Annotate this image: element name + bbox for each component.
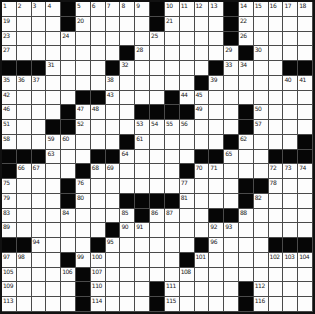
- white-square[interactable]: [195, 135, 210, 150]
- white-square[interactable]: [298, 105, 313, 120]
- white-square[interactable]: 3: [32, 2, 47, 17]
- white-square[interactable]: 99: [76, 253, 91, 268]
- white-square[interactable]: 42: [2, 91, 17, 106]
- white-square[interactable]: [150, 135, 165, 150]
- white-square[interactable]: [254, 135, 269, 150]
- white-square[interactable]: [106, 194, 121, 209]
- white-square[interactable]: [17, 209, 32, 224]
- white-square[interactable]: [91, 120, 106, 135]
- white-square[interactable]: 95: [106, 238, 121, 253]
- white-square[interactable]: 50: [254, 105, 269, 120]
- white-square[interactable]: [298, 91, 313, 106]
- white-square[interactable]: [224, 297, 239, 312]
- white-square[interactable]: [120, 91, 135, 106]
- white-square[interactable]: [269, 282, 284, 297]
- white-square[interactable]: 107: [91, 268, 106, 283]
- white-square[interactable]: 29: [224, 46, 239, 61]
- white-square[interactable]: [180, 150, 195, 165]
- white-square[interactable]: [254, 32, 269, 47]
- white-square[interactable]: [195, 17, 210, 32]
- white-square[interactable]: [239, 253, 254, 268]
- white-square[interactable]: [269, 17, 284, 32]
- white-square[interactable]: 58: [2, 135, 17, 150]
- white-square[interactable]: [150, 150, 165, 165]
- white-square[interactable]: 106: [61, 268, 76, 283]
- white-square[interactable]: [91, 223, 106, 238]
- white-square[interactable]: [46, 179, 61, 194]
- white-square[interactable]: 84: [61, 209, 76, 224]
- white-square[interactable]: [165, 179, 180, 194]
- white-square[interactable]: 57: [254, 120, 269, 135]
- white-square[interactable]: [224, 238, 239, 253]
- white-square[interactable]: 69: [106, 164, 121, 179]
- white-square[interactable]: [17, 297, 32, 312]
- white-square[interactable]: 5: [76, 2, 91, 17]
- white-square[interactable]: [32, 223, 47, 238]
- white-square[interactable]: [298, 179, 313, 194]
- white-square[interactable]: [165, 268, 180, 283]
- white-square[interactable]: [269, 61, 284, 76]
- white-square[interactable]: [32, 91, 47, 106]
- white-square[interactable]: [283, 46, 298, 61]
- white-square[interactable]: 105: [2, 268, 17, 283]
- white-square[interactable]: [224, 253, 239, 268]
- white-square[interactable]: [269, 105, 284, 120]
- white-square[interactable]: [46, 297, 61, 312]
- white-square[interactable]: [283, 268, 298, 283]
- white-square[interactable]: [269, 91, 284, 106]
- white-square[interactable]: [195, 268, 210, 283]
- white-square[interactable]: 88: [239, 209, 254, 224]
- white-square[interactable]: 49: [195, 105, 210, 120]
- white-square[interactable]: [209, 105, 224, 120]
- white-square[interactable]: [239, 164, 254, 179]
- white-square[interactable]: [135, 179, 150, 194]
- white-square[interactable]: [46, 46, 61, 61]
- white-square[interactable]: [120, 238, 135, 253]
- white-square[interactable]: [195, 61, 210, 76]
- white-square[interactable]: 98: [17, 253, 32, 268]
- white-square[interactable]: 56: [180, 120, 195, 135]
- white-square[interactable]: [17, 46, 32, 61]
- white-square[interactable]: [32, 17, 47, 32]
- white-square[interactable]: [76, 61, 91, 76]
- white-square[interactable]: 92: [209, 223, 224, 238]
- white-square[interactable]: [32, 46, 47, 61]
- white-square[interactable]: [135, 61, 150, 76]
- white-square[interactable]: [209, 120, 224, 135]
- white-square[interactable]: [61, 297, 76, 312]
- white-square[interactable]: [120, 253, 135, 268]
- white-square[interactable]: [224, 91, 239, 106]
- white-square[interactable]: [298, 46, 313, 61]
- white-square[interactable]: [150, 179, 165, 194]
- white-square[interactable]: 100: [91, 253, 106, 268]
- white-square[interactable]: [254, 209, 269, 224]
- white-square[interactable]: [239, 238, 254, 253]
- white-square[interactable]: 85: [120, 209, 135, 224]
- white-square[interactable]: [76, 76, 91, 91]
- white-square[interactable]: 25: [150, 32, 165, 47]
- white-square[interactable]: [106, 268, 121, 283]
- white-square[interactable]: [135, 17, 150, 32]
- white-square[interactable]: [106, 179, 121, 194]
- white-square[interactable]: 47: [76, 105, 91, 120]
- white-square[interactable]: 93: [224, 223, 239, 238]
- white-square[interactable]: 61: [135, 135, 150, 150]
- white-square[interactable]: [76, 238, 91, 253]
- white-square[interactable]: 71: [209, 164, 224, 179]
- white-square[interactable]: 24: [61, 32, 76, 47]
- white-square[interactable]: [135, 253, 150, 268]
- white-square[interactable]: 63: [46, 150, 61, 165]
- white-square[interactable]: 62: [239, 135, 254, 150]
- white-square[interactable]: 60: [61, 135, 76, 150]
- white-square[interactable]: [32, 179, 47, 194]
- white-square[interactable]: [209, 135, 224, 150]
- white-square[interactable]: 28: [135, 46, 150, 61]
- white-square[interactable]: [135, 76, 150, 91]
- white-square[interactable]: [195, 297, 210, 312]
- white-square[interactable]: 14: [239, 2, 254, 17]
- white-square[interactable]: [269, 120, 284, 135]
- white-square[interactable]: [209, 268, 224, 283]
- white-square[interactable]: [165, 32, 180, 47]
- white-square[interactable]: [180, 282, 195, 297]
- white-square[interactable]: [106, 282, 121, 297]
- white-square[interactable]: [17, 120, 32, 135]
- white-square[interactable]: 4: [46, 2, 61, 17]
- white-square[interactable]: [76, 135, 91, 150]
- white-square[interactable]: [298, 268, 313, 283]
- white-square[interactable]: [283, 209, 298, 224]
- white-square[interactable]: 51: [2, 120, 17, 135]
- white-square[interactable]: [150, 46, 165, 61]
- white-square[interactable]: 2: [17, 2, 32, 17]
- white-square[interactable]: 33: [224, 61, 239, 76]
- white-square[interactable]: 67: [32, 164, 47, 179]
- white-square[interactable]: [91, 179, 106, 194]
- white-square[interactable]: [150, 61, 165, 76]
- white-square[interactable]: 94: [32, 238, 47, 253]
- white-square[interactable]: 32: [120, 61, 135, 76]
- white-square[interactable]: [61, 76, 76, 91]
- white-square[interactable]: [120, 164, 135, 179]
- white-square[interactable]: [195, 223, 210, 238]
- white-square[interactable]: [165, 61, 180, 76]
- white-square[interactable]: [17, 91, 32, 106]
- white-square[interactable]: [180, 223, 195, 238]
- white-square[interactable]: [17, 179, 32, 194]
- white-square[interactable]: 103: [283, 253, 298, 268]
- white-square[interactable]: [32, 253, 47, 268]
- white-square[interactable]: [91, 61, 106, 76]
- white-square[interactable]: [180, 209, 195, 224]
- white-square[interactable]: [17, 268, 32, 283]
- white-square[interactable]: [269, 297, 284, 312]
- white-square[interactable]: 112: [254, 282, 269, 297]
- white-square[interactable]: [135, 297, 150, 312]
- white-square[interactable]: [269, 209, 284, 224]
- white-square[interactable]: [135, 268, 150, 283]
- white-square[interactable]: [46, 194, 61, 209]
- white-square[interactable]: 10: [165, 2, 180, 17]
- white-square[interactable]: [298, 223, 313, 238]
- white-square[interactable]: [239, 76, 254, 91]
- white-square[interactable]: [120, 120, 135, 135]
- white-square[interactable]: [195, 179, 210, 194]
- white-square[interactable]: [32, 120, 47, 135]
- white-square[interactable]: 81: [180, 194, 195, 209]
- white-square[interactable]: [283, 297, 298, 312]
- white-square[interactable]: [32, 105, 47, 120]
- white-square[interactable]: [32, 209, 47, 224]
- white-square[interactable]: 116: [254, 297, 269, 312]
- white-square[interactable]: 89: [2, 223, 17, 238]
- white-square[interactable]: 8: [120, 2, 135, 17]
- white-square[interactable]: 31: [46, 61, 61, 76]
- white-square[interactable]: [224, 194, 239, 209]
- white-square[interactable]: [209, 282, 224, 297]
- white-square[interactable]: [180, 76, 195, 91]
- white-square[interactable]: [254, 238, 269, 253]
- white-square[interactable]: [135, 91, 150, 106]
- white-square[interactable]: [76, 32, 91, 47]
- white-square[interactable]: 26: [239, 32, 254, 47]
- white-square[interactable]: [165, 253, 180, 268]
- white-square[interactable]: 68: [91, 164, 106, 179]
- white-square[interactable]: 108: [180, 268, 195, 283]
- white-square[interactable]: [135, 282, 150, 297]
- white-square[interactable]: [17, 282, 32, 297]
- white-square[interactable]: [180, 61, 195, 76]
- white-square[interactable]: [120, 76, 135, 91]
- white-square[interactable]: [180, 297, 195, 312]
- white-square[interactable]: [32, 32, 47, 47]
- white-square[interactable]: [106, 253, 121, 268]
- white-square[interactable]: [46, 209, 61, 224]
- white-square[interactable]: [195, 46, 210, 61]
- white-square[interactable]: 20: [76, 17, 91, 32]
- white-square[interactable]: 17: [283, 2, 298, 17]
- white-square[interactable]: [254, 150, 269, 165]
- white-square[interactable]: [283, 282, 298, 297]
- white-square[interactable]: [46, 164, 61, 179]
- white-square[interactable]: 18: [298, 2, 313, 17]
- white-square[interactable]: 27: [2, 46, 17, 61]
- white-square[interactable]: [224, 282, 239, 297]
- white-square[interactable]: [76, 223, 91, 238]
- white-square[interactable]: 75: [2, 179, 17, 194]
- white-square[interactable]: 37: [32, 76, 47, 91]
- white-square[interactable]: [283, 179, 298, 194]
- white-square[interactable]: [46, 91, 61, 106]
- white-square[interactable]: 12: [195, 2, 210, 17]
- white-square[interactable]: 70: [195, 164, 210, 179]
- white-square[interactable]: [17, 105, 32, 120]
- white-square[interactable]: [298, 194, 313, 209]
- white-square[interactable]: [239, 223, 254, 238]
- white-square[interactable]: [165, 223, 180, 238]
- white-square[interactable]: [165, 76, 180, 91]
- white-square[interactable]: [209, 32, 224, 47]
- white-square[interactable]: [32, 297, 47, 312]
- white-square[interactable]: [254, 223, 269, 238]
- white-square[interactable]: [32, 282, 47, 297]
- white-square[interactable]: [106, 17, 121, 32]
- white-square[interactable]: [76, 150, 91, 165]
- white-square[interactable]: 77: [180, 179, 195, 194]
- white-square[interactable]: 113: [2, 297, 17, 312]
- white-square[interactable]: [254, 61, 269, 76]
- white-square[interactable]: [120, 282, 135, 297]
- white-square[interactable]: [224, 268, 239, 283]
- white-square[interactable]: [150, 164, 165, 179]
- white-square[interactable]: [180, 238, 195, 253]
- white-square[interactable]: [298, 282, 313, 297]
- white-square[interactable]: [195, 120, 210, 135]
- white-square[interactable]: [165, 150, 180, 165]
- white-square[interactable]: [91, 194, 106, 209]
- white-square[interactable]: [46, 238, 61, 253]
- white-square[interactable]: [46, 76, 61, 91]
- white-square[interactable]: [180, 17, 195, 32]
- white-square[interactable]: 40: [283, 76, 298, 91]
- white-square[interactable]: 109: [2, 282, 17, 297]
- white-square[interactable]: 65: [224, 150, 239, 165]
- white-square[interactable]: [150, 76, 165, 91]
- white-square[interactable]: 35: [2, 76, 17, 91]
- white-square[interactable]: [61, 46, 76, 61]
- white-square[interactable]: [254, 164, 269, 179]
- white-square[interactable]: 52: [76, 120, 91, 135]
- white-square[interactable]: [283, 105, 298, 120]
- white-square[interactable]: [269, 194, 284, 209]
- white-square[interactable]: [180, 46, 195, 61]
- white-square[interactable]: [165, 238, 180, 253]
- white-square[interactable]: 53: [135, 120, 150, 135]
- white-square[interactable]: [106, 209, 121, 224]
- white-square[interactable]: [46, 105, 61, 120]
- white-square[interactable]: [32, 194, 47, 209]
- white-square[interactable]: [120, 17, 135, 32]
- white-square[interactable]: 104: [298, 253, 313, 268]
- white-square[interactable]: [254, 76, 269, 91]
- white-square[interactable]: 44: [180, 91, 195, 106]
- white-square[interactable]: [150, 91, 165, 106]
- white-square[interactable]: 46: [2, 105, 17, 120]
- white-square[interactable]: [180, 135, 195, 150]
- white-square[interactable]: [32, 135, 47, 150]
- white-square[interactable]: 30: [254, 46, 269, 61]
- white-square[interactable]: 59: [46, 135, 61, 150]
- white-square[interactable]: 79: [2, 194, 17, 209]
- white-square[interactable]: [32, 268, 47, 283]
- white-square[interactable]: [120, 179, 135, 194]
- white-square[interactable]: [150, 238, 165, 253]
- white-square[interactable]: 78: [269, 179, 284, 194]
- white-square[interactable]: 82: [254, 194, 269, 209]
- white-square[interactable]: 91: [135, 223, 150, 238]
- white-square[interactable]: [135, 32, 150, 47]
- white-square[interactable]: [120, 297, 135, 312]
- white-square[interactable]: [298, 17, 313, 32]
- white-square[interactable]: [224, 76, 239, 91]
- white-square[interactable]: [150, 223, 165, 238]
- white-square[interactable]: [106, 120, 121, 135]
- white-square[interactable]: 21: [165, 17, 180, 32]
- white-square[interactable]: [269, 76, 284, 91]
- white-square[interactable]: [46, 32, 61, 47]
- white-square[interactable]: [150, 253, 165, 268]
- white-square[interactable]: [106, 105, 121, 120]
- white-square[interactable]: [17, 194, 32, 209]
- white-square[interactable]: [239, 268, 254, 283]
- white-square[interactable]: [61, 282, 76, 297]
- white-square[interactable]: [209, 17, 224, 32]
- white-square[interactable]: [17, 135, 32, 150]
- white-square[interactable]: [209, 179, 224, 194]
- white-square[interactable]: [61, 150, 76, 165]
- white-square[interactable]: [195, 32, 210, 47]
- white-square[interactable]: [283, 194, 298, 209]
- white-square[interactable]: 64: [120, 150, 135, 165]
- white-square[interactable]: [254, 268, 269, 283]
- white-square[interactable]: [283, 135, 298, 150]
- white-square[interactable]: [254, 17, 269, 32]
- white-square[interactable]: [61, 164, 76, 179]
- white-square[interactable]: [46, 253, 61, 268]
- white-square[interactable]: 73: [283, 164, 298, 179]
- white-square[interactable]: [150, 268, 165, 283]
- white-square[interactable]: [283, 91, 298, 106]
- white-square[interactable]: 97: [2, 253, 17, 268]
- white-square[interactable]: 11: [180, 2, 195, 17]
- white-square[interactable]: [76, 209, 91, 224]
- white-square[interactable]: [17, 223, 32, 238]
- white-square[interactable]: [209, 297, 224, 312]
- white-square[interactable]: [195, 209, 210, 224]
- white-square[interactable]: [165, 164, 180, 179]
- white-square[interactable]: [61, 238, 76, 253]
- white-square[interactable]: [135, 238, 150, 253]
- white-square[interactable]: 13: [209, 2, 224, 17]
- white-square[interactable]: [283, 17, 298, 32]
- white-square[interactable]: [120, 105, 135, 120]
- white-square[interactable]: 9: [135, 2, 150, 17]
- white-square[interactable]: 66: [17, 164, 32, 179]
- white-square[interactable]: 102: [269, 253, 284, 268]
- white-square[interactable]: 101: [195, 253, 210, 268]
- white-square[interactable]: 96: [209, 238, 224, 253]
- white-square[interactable]: [106, 32, 121, 47]
- white-square[interactable]: [283, 120, 298, 135]
- white-square[interactable]: [46, 268, 61, 283]
- white-square[interactable]: [224, 179, 239, 194]
- white-square[interactable]: [224, 164, 239, 179]
- white-square[interactable]: [91, 135, 106, 150]
- white-square[interactable]: 86: [150, 209, 165, 224]
- white-square[interactable]: [283, 32, 298, 47]
- white-square[interactable]: [239, 150, 254, 165]
- white-square[interactable]: [46, 282, 61, 297]
- white-square[interactable]: 48: [91, 105, 106, 120]
- white-square[interactable]: 72: [269, 164, 284, 179]
- white-square[interactable]: [298, 120, 313, 135]
- white-square[interactable]: [209, 46, 224, 61]
- white-square[interactable]: [209, 91, 224, 106]
- white-square[interactable]: 115: [165, 297, 180, 312]
